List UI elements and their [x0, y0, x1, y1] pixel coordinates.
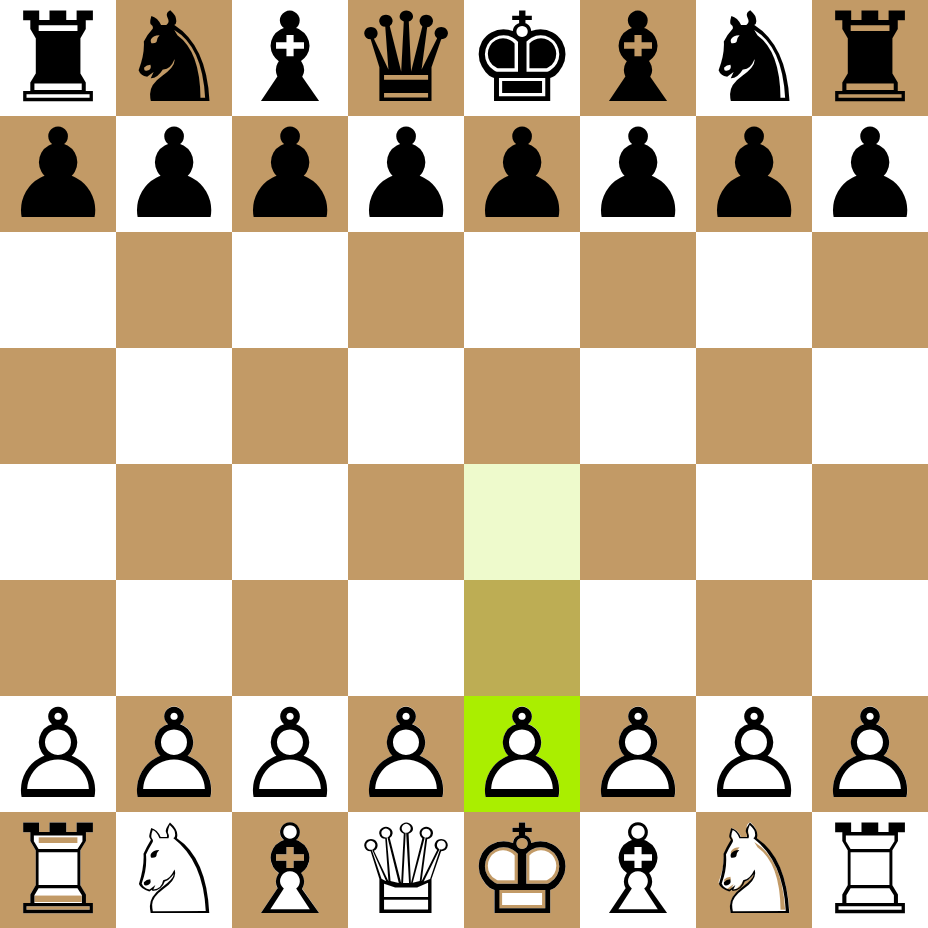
- white-rook-piece[interactable]: ♜♖: [812, 812, 928, 928]
- square-e6[interactable]: [464, 232, 580, 348]
- black-pawn-piece[interactable]: ♟: [580, 116, 696, 232]
- square-b6[interactable]: [116, 232, 232, 348]
- square-f7[interactable]: ♟: [580, 116, 696, 232]
- white-bishop-outline-glyph: ♗: [580, 812, 696, 928]
- white-pawn-piece[interactable]: ♟♙: [232, 696, 348, 812]
- black-pawn-fill-glyph: ♟: [0, 116, 116, 232]
- square-f2[interactable]: ♟♙: [580, 696, 696, 812]
- white-pawn-piece[interactable]: ♟♙: [812, 696, 928, 812]
- black-pawn-piece[interactable]: ♟: [348, 116, 464, 232]
- square-c2[interactable]: ♟♙: [232, 696, 348, 812]
- square-d2[interactable]: ♟♙: [348, 696, 464, 812]
- square-f5[interactable]: [580, 348, 696, 464]
- white-king-piece[interactable]: ♚♔: [464, 812, 580, 928]
- square-g1[interactable]: ♞♘: [696, 812, 812, 928]
- black-rook-piece[interactable]: ♜: [0, 0, 116, 116]
- black-queen-fill-glyph: ♛: [348, 0, 464, 116]
- white-knight-piece[interactable]: ♞♘: [116, 812, 232, 928]
- black-pawn-fill-glyph: ♟: [580, 116, 696, 232]
- square-f4[interactable]: [580, 464, 696, 580]
- black-rook-piece[interactable]: ♜: [812, 0, 928, 116]
- square-e1[interactable]: ♚♔: [464, 812, 580, 928]
- square-b2[interactable]: ♟♙: [116, 696, 232, 812]
- square-d7[interactable]: ♟: [348, 116, 464, 232]
- white-bishop-piece[interactable]: ♝♗: [580, 812, 696, 928]
- black-pawn-piece[interactable]: ♟: [464, 116, 580, 232]
- white-rook-outline-glyph: ♖: [812, 812, 928, 928]
- square-e5[interactable]: [464, 348, 580, 464]
- square-d8[interactable]: ♛: [348, 0, 464, 116]
- white-pawn-outline-glyph: ♙: [116, 696, 232, 812]
- square-b8[interactable]: ♞: [116, 0, 232, 116]
- square-g2[interactable]: ♟♙: [696, 696, 812, 812]
- black-rook-fill-glyph: ♜: [0, 0, 116, 116]
- white-pawn-piece[interactable]: ♟♙: [348, 696, 464, 812]
- white-queen-outline-glyph: ♕: [348, 812, 464, 928]
- chess-board: ♜♞♝♛♚♝♞♜♟♟♟♟♟♟♟♟♟♙♟♙♟♙♟♙♟♙♟♙♟♙♟♙♜♖♞♘♝♗♛♕…: [0, 0, 928, 928]
- square-c6[interactable]: [232, 232, 348, 348]
- square-b3[interactable]: [116, 580, 232, 696]
- square-a3[interactable]: [0, 580, 116, 696]
- black-pawn-piece[interactable]: ♟: [696, 116, 812, 232]
- white-bishop-outline-glyph: ♗: [232, 812, 348, 928]
- square-g3[interactable]: [696, 580, 812, 696]
- black-bishop-piece[interactable]: ♝: [232, 0, 348, 116]
- square-d5[interactable]: [348, 348, 464, 464]
- black-pawn-fill-glyph: ♟: [232, 116, 348, 232]
- black-pawn-fill-glyph: ♟: [116, 116, 232, 232]
- black-pawn-piece[interactable]: ♟: [116, 116, 232, 232]
- black-king-piece[interactable]: ♚: [464, 0, 580, 116]
- black-queen-piece[interactable]: ♛: [348, 0, 464, 116]
- square-f8[interactable]: ♝: [580, 0, 696, 116]
- black-rook-fill-glyph: ♜: [812, 0, 928, 116]
- square-c7[interactable]: ♟: [232, 116, 348, 232]
- square-g8[interactable]: ♞: [696, 0, 812, 116]
- square-c4[interactable]: [232, 464, 348, 580]
- square-h6[interactable]: [812, 232, 928, 348]
- black-bishop-fill-glyph: ♝: [580, 0, 696, 116]
- square-e2[interactable]: ♟♙: [464, 696, 580, 812]
- square-b5[interactable]: [116, 348, 232, 464]
- black-pawn-piece[interactable]: ♟: [812, 116, 928, 232]
- black-king-fill-glyph: ♚: [464, 0, 580, 116]
- square-c1[interactable]: ♝♗: [232, 812, 348, 928]
- square-f3[interactable]: [580, 580, 696, 696]
- square-e8[interactable]: ♚: [464, 0, 580, 116]
- white-knight-outline-glyph: ♘: [696, 812, 812, 928]
- square-e7[interactable]: ♟: [464, 116, 580, 232]
- square-g6[interactable]: [696, 232, 812, 348]
- square-a2[interactable]: ♟♙: [0, 696, 116, 812]
- square-c3[interactable]: [232, 580, 348, 696]
- white-pawn-outline-glyph: ♙: [580, 696, 696, 812]
- square-h1[interactable]: ♜♖: [812, 812, 928, 928]
- square-d3[interactable]: [348, 580, 464, 696]
- square-c8[interactable]: ♝: [232, 0, 348, 116]
- square-g7[interactable]: ♟: [696, 116, 812, 232]
- square-a4[interactable]: [0, 464, 116, 580]
- white-pawn-outline-glyph: ♙: [812, 696, 928, 812]
- square-b1[interactable]: ♞♘: [116, 812, 232, 928]
- square-g5[interactable]: [696, 348, 812, 464]
- black-pawn-piece[interactable]: ♟: [0, 116, 116, 232]
- white-rook-outline-glyph: ♖: [0, 812, 116, 928]
- white-pawn-outline-glyph: ♙: [348, 696, 464, 812]
- square-h8[interactable]: ♜: [812, 0, 928, 116]
- black-pawn-fill-glyph: ♟: [812, 116, 928, 232]
- square-d4[interactable]: [348, 464, 464, 580]
- white-pawn-outline-glyph: ♙: [464, 696, 580, 812]
- square-h3[interactable]: [812, 580, 928, 696]
- white-pawn-piece[interactable]: ♟♙: [464, 696, 580, 812]
- square-d1[interactable]: ♛♕: [348, 812, 464, 928]
- square-e4[interactable]: [464, 464, 580, 580]
- white-rook-piece[interactable]: ♜♖: [0, 812, 116, 928]
- square-h5[interactable]: [812, 348, 928, 464]
- white-pawn-outline-glyph: ♙: [232, 696, 348, 812]
- white-pawn-outline-glyph: ♙: [0, 696, 116, 812]
- white-king-outline-glyph: ♔: [464, 812, 580, 928]
- square-h4[interactable]: [812, 464, 928, 580]
- black-knight-piece[interactable]: ♞: [696, 0, 812, 116]
- black-pawn-fill-glyph: ♟: [464, 116, 580, 232]
- black-pawn-fill-glyph: ♟: [348, 116, 464, 232]
- square-c5[interactable]: [232, 348, 348, 464]
- square-d6[interactable]: [348, 232, 464, 348]
- square-f1[interactable]: ♝♗: [580, 812, 696, 928]
- square-b4[interactable]: [116, 464, 232, 580]
- square-a5[interactable]: [0, 348, 116, 464]
- white-knight-piece[interactable]: ♞♘: [696, 812, 812, 928]
- black-bishop-fill-glyph: ♝: [232, 0, 348, 116]
- white-pawn-piece[interactable]: ♟♙: [116, 696, 232, 812]
- black-pawn-piece[interactable]: ♟: [232, 116, 348, 232]
- square-a6[interactable]: [0, 232, 116, 348]
- white-knight-outline-glyph: ♘: [116, 812, 232, 928]
- black-knight-piece[interactable]: ♞: [116, 0, 232, 116]
- white-bishop-piece[interactable]: ♝♗: [232, 812, 348, 928]
- square-a8[interactable]: ♜: [0, 0, 116, 116]
- square-a7[interactable]: ♟: [0, 116, 116, 232]
- square-h2[interactable]: ♟♙: [812, 696, 928, 812]
- white-pawn-piece[interactable]: ♟♙: [580, 696, 696, 812]
- square-g4[interactable]: [696, 464, 812, 580]
- white-pawn-outline-glyph: ♙: [696, 696, 812, 812]
- square-a1[interactable]: ♜♖: [0, 812, 116, 928]
- square-f6[interactable]: [580, 232, 696, 348]
- white-pawn-piece[interactable]: ♟♙: [0, 696, 116, 812]
- black-knight-fill-glyph: ♞: [696, 0, 812, 116]
- white-queen-piece[interactable]: ♛♕: [348, 812, 464, 928]
- black-bishop-piece[interactable]: ♝: [580, 0, 696, 116]
- square-b7[interactable]: ♟: [116, 116, 232, 232]
- square-e3[interactable]: [464, 580, 580, 696]
- square-h7[interactable]: ♟: [812, 116, 928, 232]
- black-pawn-fill-glyph: ♟: [696, 116, 812, 232]
- black-knight-fill-glyph: ♞: [116, 0, 232, 116]
- white-pawn-piece[interactable]: ♟♙: [696, 696, 812, 812]
